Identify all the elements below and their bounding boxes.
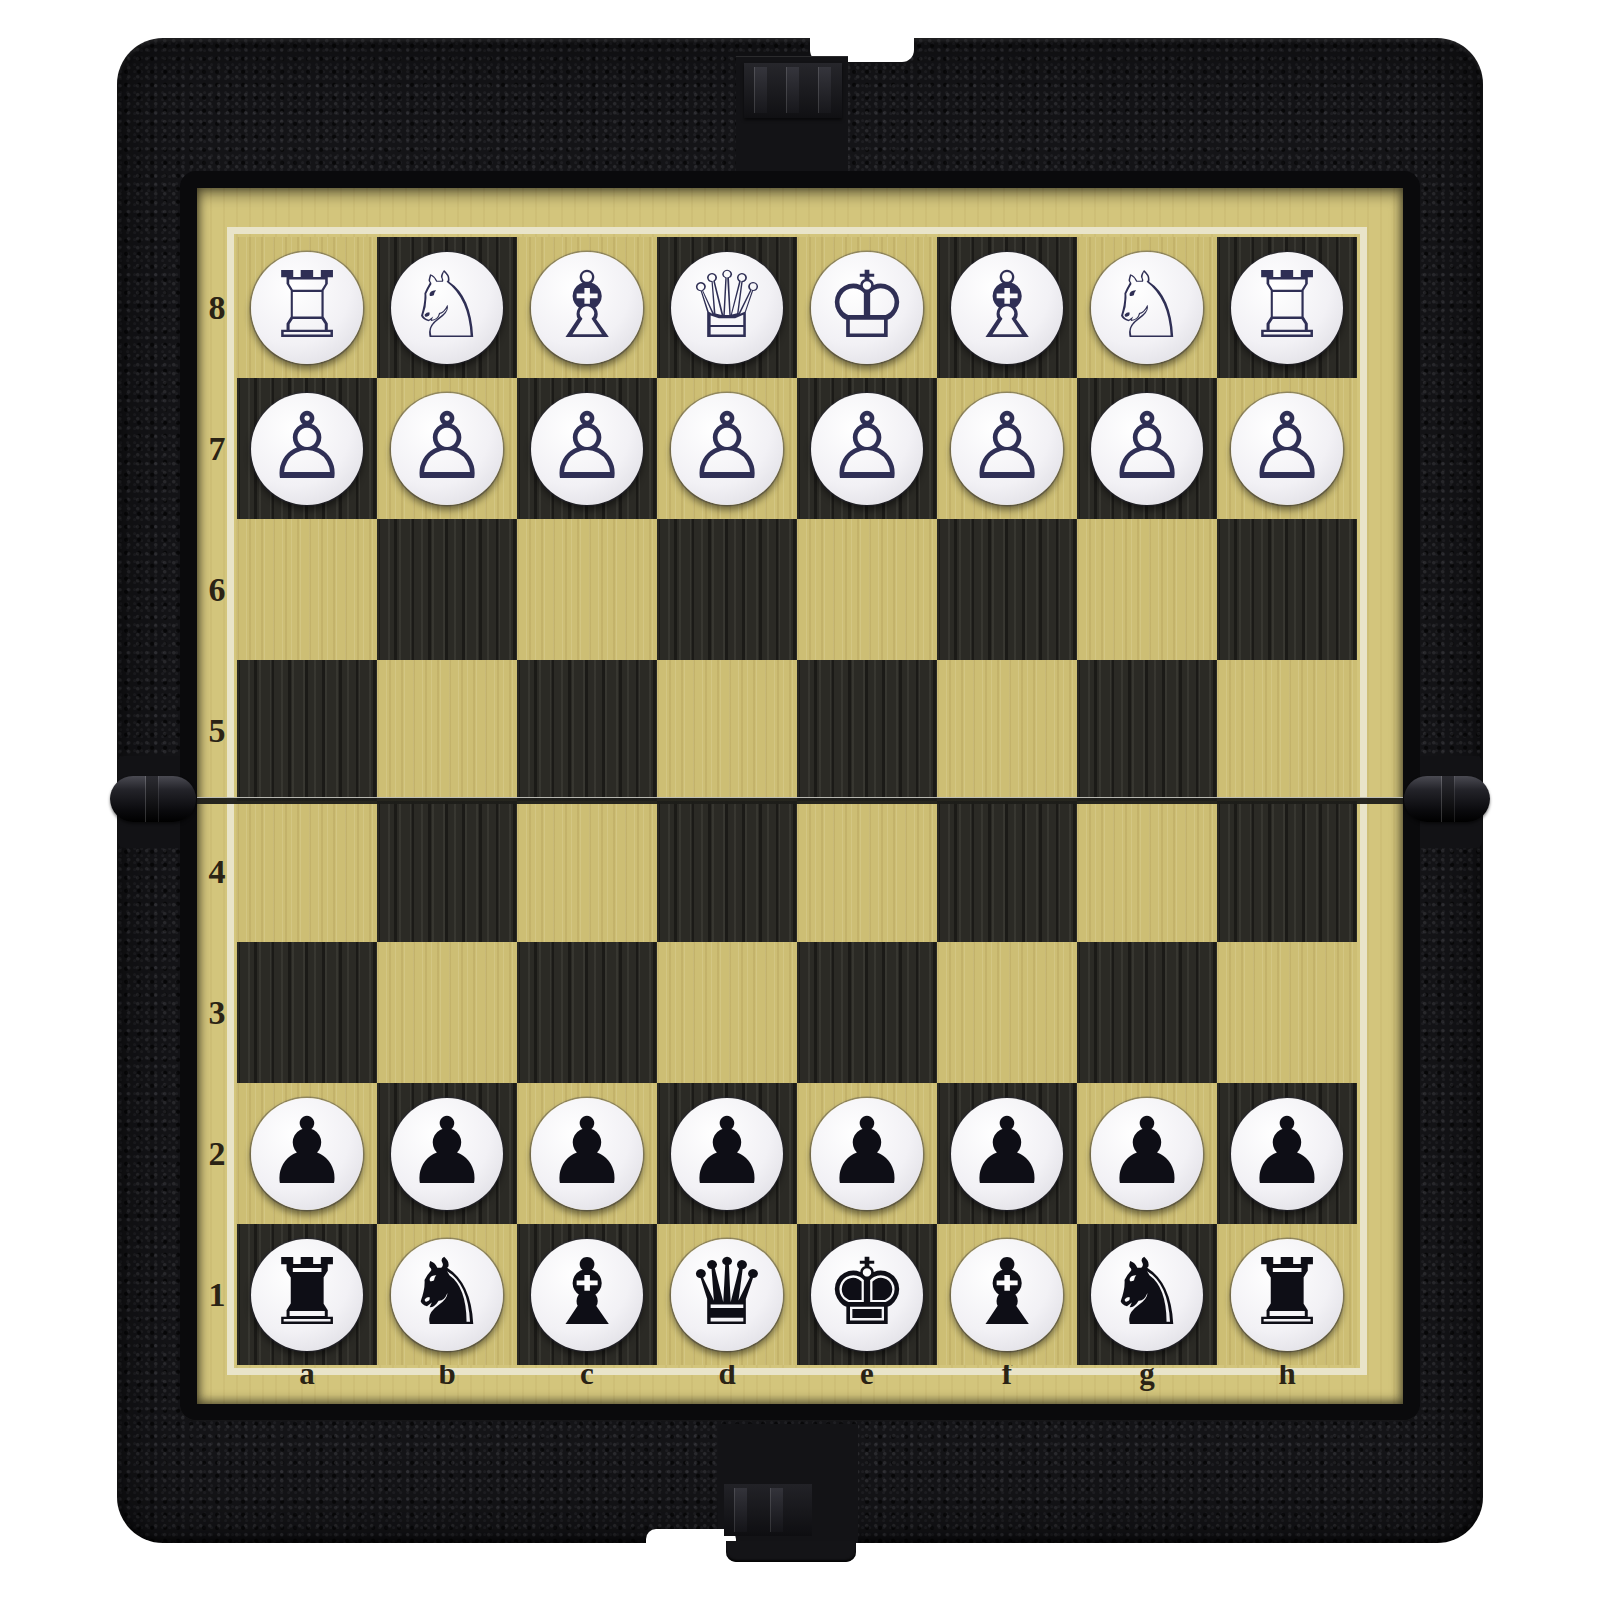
piece-glyph: ♙ (546, 401, 628, 493)
hinge-barrel-left (110, 776, 196, 822)
rank-label-6: 6 (197, 519, 237, 660)
piece-white-rook-h8[interactable]: ♖ (1231, 252, 1343, 364)
square-a4[interactable] (237, 801, 377, 942)
chess-board: 87654321 abcdefgh ♖♘♗♕♔♗♘♖♙♙♙♙♙♙♙♙♟♟♟♟♟♟… (197, 188, 1403, 1404)
piece-black-pawn-f2[interactable]: ♟ (951, 1098, 1063, 1210)
piece-glyph: ♟ (826, 1106, 908, 1198)
piece-glyph: ♙ (826, 401, 908, 493)
piece-glyph: ♕ (686, 260, 768, 352)
rank-label-5: 5 (197, 660, 237, 801)
square-b1[interactable]: ♞ (377, 1224, 517, 1365)
piece-white-rook-a8[interactable]: ♖ (251, 252, 363, 364)
board-hinge-seam (197, 797, 1403, 804)
rank-label-1: 1 (197, 1224, 237, 1365)
square-e5[interactable] (797, 660, 937, 801)
square-g3[interactable] (1077, 942, 1217, 1083)
piece-black-knight-b1[interactable]: ♞ (391, 1239, 503, 1351)
piece-black-pawn-d2[interactable]: ♟ (671, 1098, 783, 1210)
piece-white-pawn-e7[interactable]: ♙ (811, 393, 923, 505)
piece-glyph: ♝ (546, 1247, 628, 1339)
square-g7[interactable]: ♙ (1077, 378, 1217, 519)
square-g2[interactable]: ♟ (1077, 1083, 1217, 1224)
piece-white-bishop-f8[interactable]: ♗ (951, 252, 1063, 364)
square-e7[interactable]: ♙ (797, 378, 937, 519)
piece-glyph: ♗ (546, 260, 628, 352)
square-h4[interactable] (1217, 801, 1357, 942)
square-e2[interactable]: ♟ (797, 1083, 937, 1224)
piece-glyph: ♖ (1246, 260, 1328, 352)
square-c4[interactable] (517, 801, 657, 942)
square-a3[interactable] (237, 942, 377, 1083)
piece-glyph: ♟ (1246, 1106, 1328, 1198)
hinge-barrel-groove (1442, 776, 1454, 822)
piece-white-pawn-f7[interactable]: ♙ (951, 393, 1063, 505)
piece-glyph: ♙ (406, 401, 488, 493)
piece-glyph: ♘ (1106, 260, 1188, 352)
square-h1[interactable]: ♜ (1217, 1224, 1357, 1365)
square-d4[interactable] (657, 801, 797, 942)
square-f7[interactable]: ♙ (937, 378, 1077, 519)
piece-white-pawn-d7[interactable]: ♙ (671, 393, 783, 505)
piece-black-pawn-b2[interactable]: ♟ (391, 1098, 503, 1210)
square-b7[interactable]: ♙ (377, 378, 517, 519)
square-d1[interactable]: ♛ (657, 1224, 797, 1365)
square-h3[interactable] (1217, 942, 1357, 1083)
piece-white-pawn-h7[interactable]: ♙ (1231, 393, 1343, 505)
pocket-chess-set-photo: 87654321 abcdefgh ♖♘♗♕♔♗♘♖♙♙♙♙♙♙♙♙♟♟♟♟♟♟… (0, 0, 1600, 1600)
latch-ridge (770, 1488, 783, 1532)
square-a1[interactable]: ♜ (237, 1224, 377, 1365)
hinge-barrel-right (1404, 776, 1490, 822)
piece-white-queen-d8[interactable]: ♕ (671, 252, 783, 364)
piece-glyph: ♟ (1106, 1106, 1188, 1198)
square-b6[interactable] (377, 519, 517, 660)
piece-black-pawn-g2[interactable]: ♟ (1091, 1098, 1203, 1210)
piece-white-pawn-c7[interactable]: ♙ (531, 393, 643, 505)
square-e8[interactable]: ♔ (797, 237, 937, 378)
square-d2[interactable]: ♟ (657, 1083, 797, 1224)
latch-lip-bottom (726, 1541, 856, 1562)
piece-glyph: ♜ (266, 1247, 348, 1339)
piece-glyph: ♛ (686, 1247, 768, 1339)
piece-black-bishop-c1[interactable]: ♝ (531, 1239, 643, 1351)
square-c1[interactable]: ♝ (517, 1224, 657, 1365)
piece-white-bishop-c8[interactable]: ♗ (531, 252, 643, 364)
rank-label-2: 2 (197, 1083, 237, 1224)
square-b8[interactable]: ♘ (377, 237, 517, 378)
piece-black-knight-g1[interactable]: ♞ (1091, 1239, 1203, 1351)
square-g1[interactable]: ♞ (1077, 1224, 1217, 1365)
piece-glyph: ♞ (406, 1247, 488, 1339)
piece-glyph: ♜ (1246, 1247, 1328, 1339)
square-b3[interactable] (377, 942, 517, 1083)
latch-ridge (754, 67, 767, 113)
square-f8[interactable]: ♗ (937, 237, 1077, 378)
piece-black-pawn-h2[interactable]: ♟ (1231, 1098, 1343, 1210)
square-c2[interactable]: ♟ (517, 1083, 657, 1224)
piece-glyph: ♟ (546, 1106, 628, 1198)
square-a2[interactable]: ♟ (237, 1083, 377, 1224)
piece-black-rook-h1[interactable]: ♜ (1231, 1239, 1343, 1351)
piece-glyph: ♘ (406, 260, 488, 352)
latch-tab-top[interactable] (744, 63, 842, 118)
square-f4[interactable] (937, 801, 1077, 942)
clasp-notch-bottom (646, 1529, 736, 1545)
piece-glyph: ♚ (826, 1247, 908, 1339)
square-c8[interactable]: ♗ (517, 237, 657, 378)
piece-black-bishop-f1[interactable]: ♝ (951, 1239, 1063, 1351)
piece-white-king-e8[interactable]: ♔ (811, 252, 923, 364)
piece-white-knight-b8[interactable]: ♘ (391, 252, 503, 364)
square-e4[interactable] (797, 801, 937, 942)
hinge-barrel-groove (146, 776, 158, 822)
latch-tab-bottom[interactable] (724, 1484, 812, 1536)
piece-glyph: ♙ (1106, 401, 1188, 493)
latch-ridge (786, 67, 799, 113)
square-g4[interactable] (1077, 801, 1217, 942)
piece-black-pawn-e2[interactable]: ♟ (811, 1098, 923, 1210)
square-d8[interactable]: ♕ (657, 237, 797, 378)
piece-white-knight-g8[interactable]: ♘ (1091, 252, 1203, 364)
piece-black-pawn-a2[interactable]: ♟ (251, 1098, 363, 1210)
square-c3[interactable] (517, 942, 657, 1083)
square-e1[interactable]: ♚ (797, 1224, 937, 1365)
square-d3[interactable] (657, 942, 797, 1083)
square-b4[interactable] (377, 801, 517, 942)
square-c6[interactable] (517, 519, 657, 660)
piece-glyph: ♟ (266, 1106, 348, 1198)
square-a5[interactable] (237, 660, 377, 801)
square-d7[interactable]: ♙ (657, 378, 797, 519)
square-h8[interactable]: ♖ (1217, 237, 1357, 378)
piece-glyph: ♙ (966, 401, 1048, 493)
piece-glyph: ♙ (1246, 401, 1328, 493)
square-b2[interactable]: ♟ (377, 1083, 517, 1224)
rank-label-8: 8 (197, 237, 237, 378)
piece-black-queen-d1[interactable]: ♛ (671, 1239, 783, 1351)
piece-glyph: ♙ (686, 401, 768, 493)
piece-black-pawn-c2[interactable]: ♟ (531, 1098, 643, 1210)
square-a7[interactable]: ♙ (237, 378, 377, 519)
piece-glyph: ♟ (406, 1106, 488, 1198)
piece-glyph: ♙ (266, 401, 348, 493)
rank-label-4: 4 (197, 801, 237, 942)
square-c7[interactable]: ♙ (517, 378, 657, 519)
square-g5[interactable] (1077, 660, 1217, 801)
square-f1[interactable]: ♝ (937, 1224, 1077, 1365)
square-f2[interactable]: ♟ (937, 1083, 1077, 1224)
piece-glyph: ♝ (966, 1247, 1048, 1339)
latch-ridge (818, 67, 831, 113)
square-b5[interactable] (377, 660, 517, 801)
square-a8[interactable]: ♖ (237, 237, 377, 378)
square-g6[interactable] (1077, 519, 1217, 660)
square-e6[interactable] (797, 519, 937, 660)
piece-glyph: ♖ (266, 260, 348, 352)
square-d5[interactable] (657, 660, 797, 801)
piece-glyph: ♗ (966, 260, 1048, 352)
latch-ridge (734, 1488, 747, 1532)
piece-glyph: ♟ (966, 1106, 1048, 1198)
rank-label-7: 7 (197, 378, 237, 519)
piece-glyph: ♞ (1106, 1247, 1188, 1339)
square-h2[interactable]: ♟ (1217, 1083, 1357, 1224)
square-f6[interactable] (937, 519, 1077, 660)
square-e3[interactable] (797, 942, 937, 1083)
square-h6[interactable] (1217, 519, 1357, 660)
piece-black-king-e1[interactable]: ♚ (811, 1239, 923, 1351)
piece-white-pawn-g7[interactable]: ♙ (1091, 393, 1203, 505)
piece-glyph: ♔ (826, 260, 908, 352)
square-c5[interactable] (517, 660, 657, 801)
square-f3[interactable] (937, 942, 1077, 1083)
square-h7[interactable]: ♙ (1217, 378, 1357, 519)
square-f5[interactable] (937, 660, 1077, 801)
square-d6[interactable] (657, 519, 797, 660)
square-a6[interactable] (237, 519, 377, 660)
piece-glyph: ♟ (686, 1106, 768, 1198)
piece-white-pawn-b7[interactable]: ♙ (391, 393, 503, 505)
piece-white-pawn-a7[interactable]: ♙ (251, 393, 363, 505)
rank-label-3: 3 (197, 942, 237, 1083)
piece-black-rook-a1[interactable]: ♜ (251, 1239, 363, 1351)
square-h5[interactable] (1217, 660, 1357, 801)
square-g8[interactable]: ♘ (1077, 237, 1217, 378)
